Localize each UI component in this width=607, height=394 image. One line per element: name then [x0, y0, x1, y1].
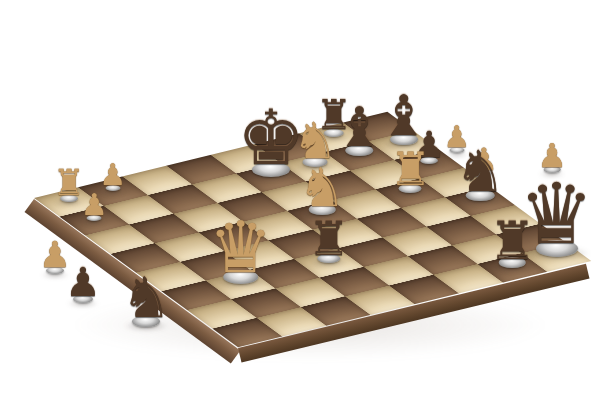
bishop-glyph: ♝	[335, 100, 384, 155]
rook-glyph: ♜	[308, 215, 350, 262]
queen-glyph: ♛	[209, 212, 273, 283]
pawn-glyph: ♟	[65, 262, 101, 302]
rook-glyph: ♜	[489, 214, 537, 267]
king-glyph: ♚	[237, 100, 305, 176]
knight-glyph: ♞	[121, 270, 171, 326]
rook-glyph: ♜	[390, 146, 431, 192]
knight-glyph: ♞	[454, 143, 505, 200]
knight-glyph: ♞	[298, 161, 346, 214]
product-photo-scene: ♜♝♟♝♟♞♟♟♚♟♜♞♜♞♟♛♜♜♟♛♟♞	[0, 0, 607, 394]
pawn-glyph: ♟	[81, 190, 108, 220]
